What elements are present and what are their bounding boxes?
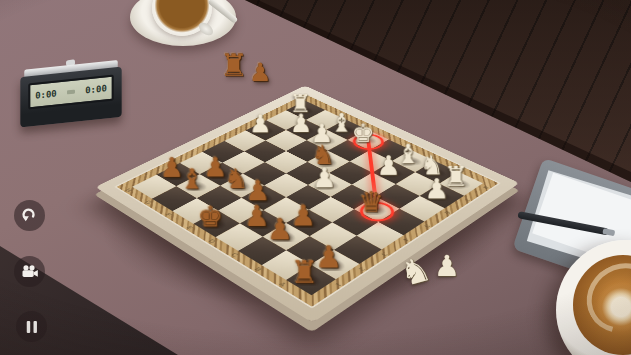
white-pawn[interactable]: ♟	[263, 215, 296, 244]
captured-black-pawn: ♟	[434, 252, 460, 281]
camera-button[interactable]	[14, 256, 45, 287]
black-pawn[interactable]: ♟	[373, 152, 404, 179]
black-pawn[interactable]: ♟	[309, 164, 340, 191]
pause-icon	[23, 318, 41, 336]
clock-left-time: 0:00	[35, 88, 57, 100]
chess-clock: 0:00 0:00	[20, 54, 121, 127]
camera-icon	[20, 262, 40, 282]
undo-button[interactable]	[14, 200, 45, 231]
board-frame: ♜♝♚♝♞♜♟♟♟♟♟♞♟♛♟♞♟♟♟♝♟♟♟♚♜ HGFEDCBA876543…	[95, 86, 519, 323]
board-3d-wrapper: ♜♝♚♝♞♜♟♟♟♟♟♞♟♛♟♞♟♟♟♝♟♟♟♚♜ HGFEDCBA876543…	[95, 86, 519, 323]
black-king[interactable]: ♚	[348, 120, 377, 145]
undo-icon	[20, 206, 39, 225]
captured-white-rook: ♜	[220, 50, 248, 81]
chess-game-scene: 0:00 0:00 ♜♝♚♝♞♜♟♟♟♟♟♞♟♛♟♞♟♟♟♝♟♟♟♚♜ HGFE…	[0, 0, 631, 355]
white-bishop[interactable]: ♝	[176, 165, 207, 192]
clock-indicator	[67, 90, 75, 95]
pause-button[interactable]	[16, 311, 47, 342]
black-pawn[interactable]: ♟	[246, 111, 275, 136]
white-queen[interactable]: ♛	[355, 188, 387, 216]
captured-white-pawn: ♟	[249, 60, 271, 85]
white-rook[interactable]: ♜	[287, 257, 322, 288]
clock-lcd: 0:00 0:00	[28, 74, 114, 109]
clock-right-time: 0:00	[85, 83, 107, 95]
white-king[interactable]: ♚	[194, 202, 227, 231]
clock-body: 0:00 0:00	[20, 67, 121, 128]
black-pawn[interactable]: ♟	[421, 175, 453, 203]
